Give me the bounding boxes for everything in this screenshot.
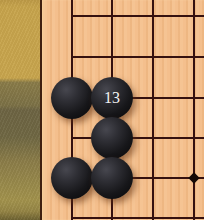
- go-board-grid: 13: [42, 0, 204, 220]
- black-stone: [51, 157, 93, 199]
- grid-line-vertical: [152, 0, 154, 220]
- move-number-label: 13: [104, 90, 120, 106]
- grid-line-horizontal: [71, 15, 204, 17]
- go-board[interactable]: 13: [40, 0, 204, 220]
- grid-line-horizontal: [71, 217, 204, 219]
- black-stone: [91, 157, 133, 199]
- star-point: [188, 172, 199, 183]
- desktop-wallpaper: [0, 0, 40, 220]
- black-stone: [51, 77, 93, 119]
- black-stone: 13: [91, 77, 133, 119]
- grid-line-horizontal: [71, 56, 204, 58]
- black-stone: [91, 117, 133, 159]
- grid-line-vertical: [193, 0, 195, 220]
- go-game-screenshot: 13: [0, 0, 204, 220]
